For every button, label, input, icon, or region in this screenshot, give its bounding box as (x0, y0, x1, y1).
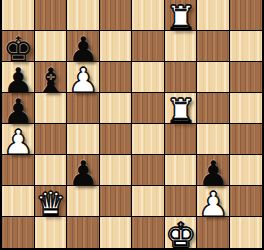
square-d2[interactable] (100, 186, 133, 217)
square-d6[interactable] (100, 62, 133, 93)
square-f1[interactable]: ♚ (165, 217, 198, 248)
square-e1[interactable] (132, 217, 165, 248)
square-g4[interactable] (197, 124, 230, 155)
white-queen-icon[interactable]: ♛ (36, 187, 66, 221)
square-h4[interactable] (230, 124, 263, 155)
square-b6[interactable]: ♝ (35, 62, 68, 93)
square-f3[interactable] (165, 155, 198, 186)
square-h2[interactable] (230, 186, 263, 217)
square-e3[interactable] (132, 155, 165, 186)
chess-board: ♜♚♟♟♝♟♟♜♟♟♟♛♟♚ (0, 0, 264, 250)
square-b4[interactable] (35, 124, 68, 155)
white-king-icon[interactable]: ♚ (166, 218, 196, 250)
square-a7[interactable]: ♚ (2, 31, 35, 62)
square-b2[interactable]: ♛ (35, 186, 68, 217)
white-rook-icon[interactable]: ♜ (166, 1, 196, 35)
square-b8[interactable] (35, 0, 68, 31)
square-e5[interactable] (132, 93, 165, 124)
square-a2[interactable] (2, 186, 35, 217)
square-h7[interactable] (230, 31, 263, 62)
square-a4[interactable]: ♟ (2, 124, 35, 155)
square-h1[interactable] (230, 217, 263, 248)
square-g8[interactable] (197, 0, 230, 31)
white-pawn-icon[interactable]: ♟ (3, 125, 33, 159)
square-e4[interactable] (132, 124, 165, 155)
square-c6[interactable]: ♟ (67, 62, 100, 93)
white-pawn-icon[interactable]: ♟ (198, 187, 228, 221)
white-pawn-icon[interactable]: ♟ (68, 63, 98, 97)
square-h8[interactable] (230, 0, 263, 31)
square-h5[interactable] (230, 93, 263, 124)
square-d1[interactable] (100, 217, 133, 248)
square-d3[interactable] (100, 155, 133, 186)
square-h6[interactable] (230, 62, 263, 93)
square-f6[interactable] (165, 62, 198, 93)
square-d4[interactable] (100, 124, 133, 155)
square-e2[interactable] (132, 186, 165, 217)
black-bishop-icon[interactable]: ♝ (36, 63, 66, 97)
square-c4[interactable] (67, 124, 100, 155)
white-rook-icon[interactable]: ♜ (166, 94, 196, 128)
square-d8[interactable] (100, 0, 133, 31)
square-e8[interactable] (132, 0, 165, 31)
square-b3[interactable] (35, 155, 68, 186)
square-f5[interactable]: ♜ (165, 93, 198, 124)
square-a8[interactable] (2, 0, 35, 31)
black-pawn-icon[interactable]: ♟ (68, 156, 98, 190)
square-d7[interactable] (100, 31, 133, 62)
square-g2[interactable]: ♟ (197, 186, 230, 217)
square-g3[interactable]: ♟ (197, 155, 230, 186)
square-b7[interactable] (35, 31, 68, 62)
square-e6[interactable] (132, 62, 165, 93)
square-c1[interactable] (67, 217, 100, 248)
square-a5[interactable]: ♟ (2, 93, 35, 124)
square-a1[interactable] (2, 217, 35, 248)
square-f8[interactable]: ♜ (165, 0, 198, 31)
square-e7[interactable] (132, 31, 165, 62)
square-g7[interactable] (197, 31, 230, 62)
square-d5[interactable] (100, 93, 133, 124)
square-f2[interactable] (165, 186, 198, 217)
square-c3[interactable]: ♟ (67, 155, 100, 186)
square-a6[interactable]: ♟ (2, 62, 35, 93)
chess-app: ♜♚♟♟♝♟♟♜♟♟♟♛♟♚ (0, 0, 264, 250)
square-g6[interactable] (197, 62, 230, 93)
square-c8[interactable] (67, 0, 100, 31)
square-c7[interactable]: ♟ (67, 31, 100, 62)
square-h3[interactable] (230, 155, 263, 186)
square-g5[interactable] (197, 93, 230, 124)
